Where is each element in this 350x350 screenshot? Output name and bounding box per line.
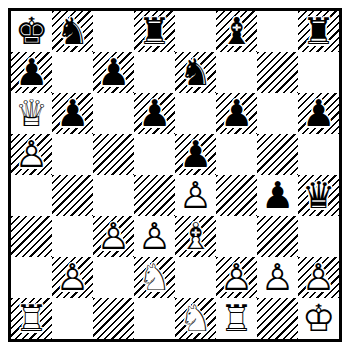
white-rook-f1: ♜♖ (216, 298, 257, 339)
square-e5[interactable]: ♟♟ (175, 134, 216, 175)
square-c6[interactable] (93, 93, 134, 134)
square-f1[interactable]: ♜♖ (216, 298, 257, 339)
black-knight-e7: ♞♞ (175, 52, 216, 93)
square-b6[interactable]: ♟♟ (52, 93, 93, 134)
square-h8[interactable]: ♜♜ (298, 11, 339, 52)
white-knight-e1: ♞♘ (175, 298, 216, 339)
square-c1[interactable] (93, 298, 134, 339)
square-h6[interactable]: ♟♟ (298, 93, 339, 134)
square-h2[interactable]: ♟♙ (298, 257, 339, 298)
square-b2[interactable]: ♟♙ (52, 257, 93, 298)
square-e2[interactable] (175, 257, 216, 298)
square-d1[interactable] (134, 298, 175, 339)
square-f6[interactable]: ♟♟ (216, 93, 257, 134)
square-a4[interactable] (11, 175, 52, 216)
chess-board: ♚♚♞♞♜♜♝♝♜♜♟♟♟♟♞♞♛♕♟♟♟♟♟♟♟♟♟♙♟♟♟♙♟♟♛♛♟♙♟♙… (8, 8, 342, 342)
square-d8[interactable]: ♜♜ (134, 11, 175, 52)
square-b1[interactable] (52, 298, 93, 339)
square-e8[interactable] (175, 11, 216, 52)
square-f2[interactable]: ♟♙ (216, 257, 257, 298)
square-d2[interactable]: ♞♘ (134, 257, 175, 298)
white-pawn-d3: ♟♙ (134, 216, 175, 257)
square-c5[interactable] (93, 134, 134, 175)
square-c7[interactable]: ♟♟ (93, 52, 134, 93)
black-king-a8: ♚♚ (11, 11, 52, 52)
square-g4[interactable]: ♟♟ (257, 175, 298, 216)
black-pawn-g4: ♟♟ (257, 175, 298, 216)
black-rook-h8: ♜♜ (298, 11, 339, 52)
square-c3[interactable]: ♟♙ (93, 216, 134, 257)
white-bishop-e3: ♝♗ (175, 216, 216, 257)
white-pawn-b2: ♟♙ (52, 257, 93, 298)
white-knight-d2: ♞♘ (134, 257, 175, 298)
square-g2[interactable]: ♟♙ (257, 257, 298, 298)
white-rook-a1: ♜♖ (11, 298, 52, 339)
square-c8[interactable] (93, 11, 134, 52)
square-d7[interactable] (134, 52, 175, 93)
square-d6[interactable]: ♟♟ (134, 93, 175, 134)
black-pawn-f6: ♟♟ (216, 93, 257, 134)
square-f8[interactable]: ♝♝ (216, 11, 257, 52)
white-pawn-a5: ♟♙ (11, 134, 52, 175)
square-b3[interactable] (52, 216, 93, 257)
white-pawn-e4: ♟♙ (175, 175, 216, 216)
black-pawn-c7: ♟♟ (93, 52, 134, 93)
square-g7[interactable] (257, 52, 298, 93)
square-b8[interactable]: ♞♞ (52, 11, 93, 52)
black-pawn-e5: ♟♟ (175, 134, 216, 175)
white-pawn-g2: ♟♙ (257, 257, 298, 298)
black-pawn-a7: ♟♟ (11, 52, 52, 93)
square-g1[interactable] (257, 298, 298, 339)
square-h4[interactable]: ♛♛ (298, 175, 339, 216)
square-e6[interactable] (175, 93, 216, 134)
white-queen-a6: ♛♕ (11, 93, 52, 134)
white-king-h1: ♚♔ (298, 298, 339, 339)
square-h1[interactable]: ♚♔ (298, 298, 339, 339)
square-h3[interactable] (298, 216, 339, 257)
square-h7[interactable] (298, 52, 339, 93)
square-e4[interactable]: ♟♙ (175, 175, 216, 216)
square-f3[interactable] (216, 216, 257, 257)
square-a1[interactable]: ♜♖ (11, 298, 52, 339)
square-c2[interactable] (93, 257, 134, 298)
square-a7[interactable]: ♟♟ (11, 52, 52, 93)
square-f5[interactable] (216, 134, 257, 175)
square-g6[interactable] (257, 93, 298, 134)
square-d3[interactable]: ♟♙ (134, 216, 175, 257)
square-a6[interactable]: ♛♕ (11, 93, 52, 134)
square-b7[interactable] (52, 52, 93, 93)
square-d5[interactable] (134, 134, 175, 175)
square-a5[interactable]: ♟♙ (11, 134, 52, 175)
square-f7[interactable] (216, 52, 257, 93)
black-bishop-f8: ♝♝ (216, 11, 257, 52)
black-pawn-b6: ♟♟ (52, 93, 93, 134)
square-e7[interactable]: ♞♞ (175, 52, 216, 93)
black-queen-h4: ♛♛ (298, 175, 339, 216)
white-pawn-f2: ♟♙ (216, 257, 257, 298)
square-b4[interactable] (52, 175, 93, 216)
square-g8[interactable] (257, 11, 298, 52)
white-pawn-h2: ♟♙ (298, 257, 339, 298)
square-a3[interactable] (11, 216, 52, 257)
square-h5[interactable] (298, 134, 339, 175)
square-a2[interactable] (11, 257, 52, 298)
square-b5[interactable] (52, 134, 93, 175)
square-g5[interactable] (257, 134, 298, 175)
black-knight-b8: ♞♞ (52, 11, 93, 52)
square-c4[interactable] (93, 175, 134, 216)
white-pawn-c3: ♟♙ (93, 216, 134, 257)
square-e3[interactable]: ♝♗ (175, 216, 216, 257)
black-pawn-h6: ♟♟ (298, 93, 339, 134)
square-d4[interactable] (134, 175, 175, 216)
black-pawn-d6: ♟♟ (134, 93, 175, 134)
square-f4[interactable] (216, 175, 257, 216)
square-g3[interactable] (257, 216, 298, 257)
square-e1[interactable]: ♞♘ (175, 298, 216, 339)
black-rook-d8: ♜♜ (134, 11, 175, 52)
square-a8[interactable]: ♚♚ (11, 11, 52, 52)
